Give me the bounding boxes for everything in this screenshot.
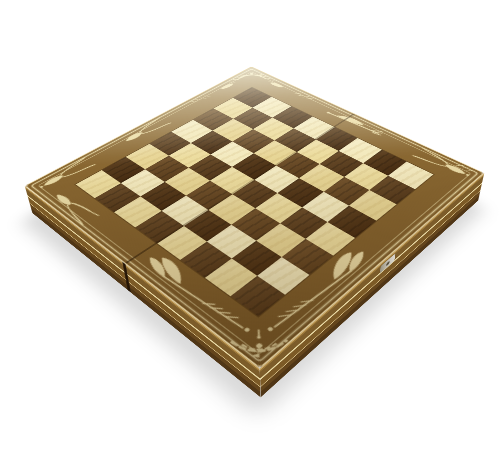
page: { "game": "chess", "position": { "fen": … — [0, 0, 500, 450]
chessboard — [24, 66, 483, 368]
product-photo-canvas — [0, 0, 500, 450]
board-top-face — [24, 66, 483, 368]
